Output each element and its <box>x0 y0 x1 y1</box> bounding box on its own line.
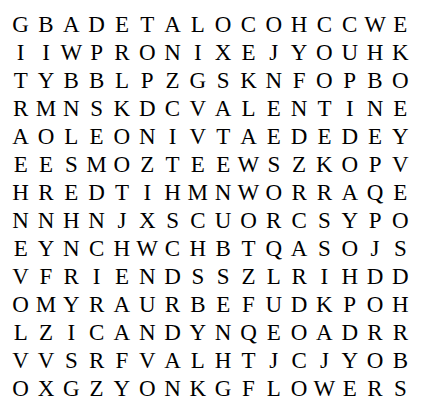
grid-cell: E <box>236 38 261 66</box>
grid-cell: O <box>261 10 286 38</box>
grid-cell: D <box>337 122 362 150</box>
grid-cell: U <box>337 38 362 66</box>
grid-cell: E <box>33 150 58 178</box>
grid-cell: H <box>160 178 185 206</box>
grid-cell: R <box>33 178 58 206</box>
grid-cell: O <box>135 38 160 66</box>
grid-cell: I <box>312 262 337 290</box>
grid-cell: P <box>362 150 387 178</box>
grid-cell: D <box>160 318 185 346</box>
grid-cell: C <box>160 234 185 262</box>
grid-cell: R <box>160 290 185 318</box>
grid-cell: B <box>84 66 109 94</box>
grid-cell: P <box>362 206 387 234</box>
grid-cell: M <box>33 290 58 318</box>
grid-cell: L <box>261 262 286 290</box>
grid-cell: D <box>286 122 311 150</box>
grid-cell: Y <box>337 346 362 374</box>
grid-cell: H <box>185 234 210 262</box>
grid-cell: N <box>33 206 58 234</box>
grid-cell: A <box>160 346 185 374</box>
grid-cell: E <box>59 178 84 206</box>
grid-cell: G <box>59 374 84 402</box>
grid-cell: X <box>211 38 236 66</box>
grid-cell: C <box>84 318 109 346</box>
grid-cell: I <box>84 262 109 290</box>
grid-cell: R <box>8 94 33 122</box>
grid-cell: A <box>286 234 311 262</box>
grid-cell: O <box>388 66 413 94</box>
word-search-grid: GBADETALOCOHCCWEIIWPRONIXEJYOUHKTYBBLPZG… <box>8 10 413 402</box>
grid-cell: I <box>8 38 33 66</box>
grid-cell: Z <box>84 374 109 402</box>
grid-cell: H <box>211 346 236 374</box>
grid-cell: U <box>211 206 236 234</box>
grid-cell: B <box>362 66 387 94</box>
grid-cell: C <box>84 234 109 262</box>
grid-cell: R <box>388 318 413 346</box>
grid-cell: R <box>362 318 387 346</box>
grid-cell: G <box>211 374 236 402</box>
grid-cell: H <box>362 38 387 66</box>
grid-cell: P <box>337 290 362 318</box>
grid-cell: H <box>109 234 134 262</box>
grid-cell: E <box>185 150 210 178</box>
grid-cell: O <box>362 290 387 318</box>
grid-cell: D <box>84 178 109 206</box>
grid-cell: T <box>135 10 160 38</box>
grid-cell: E <box>362 122 387 150</box>
grid-cell: D <box>337 318 362 346</box>
grid-cell: N <box>135 122 160 150</box>
grid-cell: E <box>8 234 33 262</box>
grid-cell: K <box>312 150 337 178</box>
grid-cell: R <box>84 290 109 318</box>
grid-cell: Y <box>33 234 58 262</box>
grid-cell: Z <box>236 262 261 290</box>
grid-cell: N <box>59 94 84 122</box>
grid-cell: S <box>388 234 413 262</box>
grid-cell: O <box>337 234 362 262</box>
grid-cell: N <box>135 262 160 290</box>
grid-cell: E <box>211 290 236 318</box>
grid-cell: C <box>312 10 337 38</box>
grid-cell: W <box>312 374 337 402</box>
grid-cell: C <box>286 206 311 234</box>
grid-cell: R <box>286 262 311 290</box>
grid-cell: O <box>236 206 261 234</box>
grid-cell: Z <box>286 150 311 178</box>
grid-cell: Y <box>59 290 84 318</box>
grid-cell: A <box>211 94 236 122</box>
grid-cell: D <box>388 262 413 290</box>
grid-cell: M <box>185 178 210 206</box>
grid-cell: T <box>160 150 185 178</box>
grid-cell: B <box>59 66 84 94</box>
grid-cell: E <box>312 122 337 150</box>
grid-cell: M <box>84 150 109 178</box>
grid-cell: C <box>185 206 210 234</box>
grid-cell: N <box>160 374 185 402</box>
grid-cell: T <box>8 66 33 94</box>
grid-cell: S <box>388 374 413 402</box>
grid-cell: A <box>160 10 185 38</box>
grid-cell: E <box>261 94 286 122</box>
grid-cell: F <box>236 290 261 318</box>
grid-cell: O <box>312 66 337 94</box>
grid-cell: E <box>388 94 413 122</box>
word-search-page: GBADETALOCOHCCWEIIWPRONIXEJYOUHKTYBBLPZG… <box>0 0 421 408</box>
grid-cell: Y <box>33 66 58 94</box>
grid-cell: A <box>59 10 84 38</box>
grid-cell: E <box>109 10 134 38</box>
grid-cell: C <box>236 10 261 38</box>
grid-cell: A <box>109 290 134 318</box>
grid-cell: O <box>211 10 236 38</box>
grid-cell: W <box>59 38 84 66</box>
grid-cell: N <box>8 206 33 234</box>
grid-cell: B <box>33 10 58 38</box>
grid-cell: B <box>388 346 413 374</box>
grid-cell: N <box>59 234 84 262</box>
grid-cell: F <box>286 66 311 94</box>
grid-cell: V <box>8 346 33 374</box>
grid-cell: S <box>312 234 337 262</box>
grid-cell: O <box>109 150 134 178</box>
grid-cell: O <box>362 346 387 374</box>
grid-cell: E <box>8 150 33 178</box>
grid-cell: N <box>211 178 236 206</box>
grid-cell: S <box>312 206 337 234</box>
grid-cell: M <box>33 94 58 122</box>
grid-cell: L <box>109 66 134 94</box>
grid-cell: T <box>211 122 236 150</box>
grid-cell: R <box>261 206 286 234</box>
grid-cell: J <box>261 38 286 66</box>
grid-cell: U <box>261 290 286 318</box>
grid-cell: X <box>33 374 58 402</box>
grid-cell: E <box>84 122 109 150</box>
grid-cell: L <box>236 94 261 122</box>
grid-cell: S <box>185 262 210 290</box>
grid-cell: V <box>185 122 210 150</box>
grid-cell: S <box>261 150 286 178</box>
grid-cell: O <box>388 206 413 234</box>
grid-cell: I <box>135 178 160 206</box>
grid-cell: S <box>211 66 236 94</box>
grid-cell: T <box>109 178 134 206</box>
grid-cell: A <box>236 122 261 150</box>
grid-cell: I <box>59 318 84 346</box>
grid-cell: N <box>160 38 185 66</box>
grid-cell: L <box>59 122 84 150</box>
grid-cell: R <box>84 346 109 374</box>
grid-cell: J <box>261 346 286 374</box>
grid-cell: C <box>286 346 311 374</box>
grid-cell: B <box>185 290 210 318</box>
grid-cell: Y <box>388 122 413 150</box>
grid-cell: N <box>84 206 109 234</box>
grid-cell: V <box>135 346 160 374</box>
grid-cell: U <box>135 290 160 318</box>
grid-cell: L <box>185 10 210 38</box>
grid-cell: O <box>8 290 33 318</box>
grid-cell: L <box>261 374 286 402</box>
grid-cell: T <box>236 234 261 262</box>
grid-cell: Y <box>109 374 134 402</box>
grid-cell: L <box>8 318 33 346</box>
grid-cell: N <box>362 94 387 122</box>
grid-cell: R <box>286 178 311 206</box>
grid-cell: V <box>33 346 58 374</box>
grid-cell: F <box>33 262 58 290</box>
grid-cell: S <box>59 150 84 178</box>
grid-cell: I <box>33 38 58 66</box>
grid-cell: R <box>312 178 337 206</box>
grid-cell: D <box>362 262 387 290</box>
grid-cell: D <box>84 10 109 38</box>
grid-cell: O <box>8 374 33 402</box>
grid-cell: D <box>160 262 185 290</box>
grid-cell: H <box>8 178 33 206</box>
grid-cell: W <box>135 234 160 262</box>
grid-cell: B <box>211 234 236 262</box>
grid-cell: E <box>388 178 413 206</box>
grid-cell: D <box>135 94 160 122</box>
grid-cell: R <box>59 262 84 290</box>
grid-cell: N <box>286 94 311 122</box>
grid-cell: I <box>185 38 210 66</box>
grid-cell: O <box>337 150 362 178</box>
grid-cell: Q <box>261 234 286 262</box>
grid-cell: A <box>312 318 337 346</box>
grid-cell: T <box>312 94 337 122</box>
grid-cell: E <box>337 374 362 402</box>
grid-cell: X <box>135 206 160 234</box>
grid-cell: E <box>261 122 286 150</box>
grid-cell: T <box>236 346 261 374</box>
grid-cell: W <box>236 178 261 206</box>
grid-cell: V <box>8 262 33 290</box>
grid-cell: Y <box>185 318 210 346</box>
grid-cell: W <box>236 150 261 178</box>
grid-cell: N <box>135 318 160 346</box>
grid-cell: K <box>109 94 134 122</box>
grid-cell: H <box>388 290 413 318</box>
grid-cell: N <box>261 66 286 94</box>
grid-cell: S <box>211 262 236 290</box>
grid-cell: A <box>337 178 362 206</box>
grid-cell: K <box>236 66 261 94</box>
grid-cell: A <box>8 122 33 150</box>
grid-cell: O <box>33 122 58 150</box>
grid-cell: E <box>211 150 236 178</box>
grid-cell: P <box>84 38 109 66</box>
grid-cell: Q <box>362 178 387 206</box>
grid-cell: S <box>59 346 84 374</box>
grid-cell: Z <box>160 66 185 94</box>
grid-cell: Y <box>286 38 311 66</box>
grid-cell: J <box>109 206 134 234</box>
grid-cell: O <box>135 374 160 402</box>
grid-cell: J <box>362 234 387 262</box>
grid-cell: E <box>388 10 413 38</box>
grid-cell: E <box>109 262 134 290</box>
grid-cell: D <box>286 290 311 318</box>
grid-cell: O <box>286 374 311 402</box>
grid-cell: L <box>185 346 210 374</box>
grid-cell: P <box>337 66 362 94</box>
grid-cell: Q <box>236 318 261 346</box>
grid-cell: K <box>388 38 413 66</box>
grid-cell: K <box>312 290 337 318</box>
grid-cell: G <box>8 10 33 38</box>
grid-cell: F <box>236 374 261 402</box>
grid-cell: Z <box>135 150 160 178</box>
grid-cell: S <box>84 94 109 122</box>
grid-cell: G <box>185 66 210 94</box>
grid-cell: R <box>362 374 387 402</box>
grid-cell: C <box>337 10 362 38</box>
grid-cell: H <box>337 262 362 290</box>
grid-cell: V <box>185 94 210 122</box>
grid-cell: O <box>109 122 134 150</box>
grid-cell: I <box>160 122 185 150</box>
grid-cell: E <box>261 318 286 346</box>
grid-cell: O <box>312 38 337 66</box>
grid-cell: F <box>109 346 134 374</box>
grid-cell: V <box>388 150 413 178</box>
grid-cell: Z <box>33 318 58 346</box>
grid-cell: H <box>286 10 311 38</box>
grid-cell: K <box>185 374 210 402</box>
grid-cell: O <box>286 318 311 346</box>
grid-cell: S <box>160 206 185 234</box>
grid-cell: O <box>261 178 286 206</box>
grid-cell: N <box>211 318 236 346</box>
grid-cell: W <box>362 10 387 38</box>
grid-cell: J <box>312 346 337 374</box>
grid-cell: C <box>160 94 185 122</box>
grid-cell: P <box>135 66 160 94</box>
grid-cell: I <box>337 94 362 122</box>
grid-cell: H <box>59 206 84 234</box>
grid-cell: Y <box>337 206 362 234</box>
grid-cell: R <box>109 38 134 66</box>
grid-cell: A <box>109 318 134 346</box>
